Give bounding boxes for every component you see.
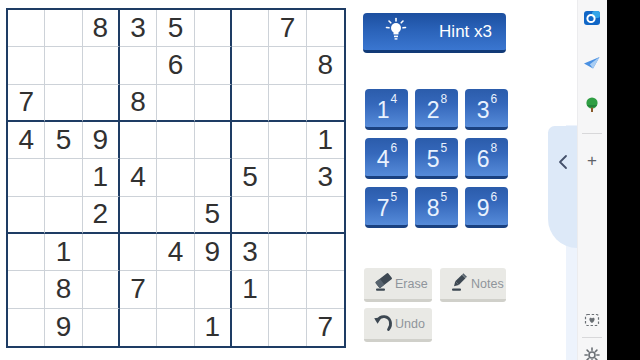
sudoku-cell-r9c4[interactable]: [120, 309, 157, 346]
sudoku-cell-r9c9[interactable]: 7: [307, 309, 344, 346]
numpad-remaining-count: 5: [441, 191, 448, 203]
sudoku-cell-r5c6[interactable]: [195, 159, 232, 196]
hint-button[interactable]: Hint x3: [363, 13, 506, 53]
sudoku-app: 8357687845911453251493871917 Hint x3 142…: [0, 0, 640, 360]
sudoku-cell-r4c9[interactable]: 1: [307, 122, 344, 159]
sudoku-cell-r8c2[interactable]: 8: [45, 271, 82, 308]
sudoku-cell-r8c6[interactable]: [195, 271, 232, 308]
sudoku-cell-r8c5[interactable]: [157, 271, 194, 308]
sudoku-cell-r5c1[interactable]: [8, 159, 45, 196]
sudoku-cell-r1c6[interactable]: [195, 10, 232, 47]
sudoku-cell-r9c3[interactable]: [83, 309, 120, 346]
sudoku-cell-r1c5[interactable]: 5: [157, 10, 194, 47]
sudoku-cell-r6c9[interactable]: [307, 197, 344, 234]
collapse-panel-tab[interactable]: [548, 126, 577, 248]
tree-icon[interactable]: [583, 96, 601, 114]
sudoku-cell-r3c7[interactable]: [232, 85, 269, 122]
sudoku-cell-r2c6[interactable]: [195, 47, 232, 84]
sudoku-cell-r3c2[interactable]: [45, 85, 82, 122]
erase-label: Erase: [395, 277, 428, 291]
sudoku-cell-r8c9[interactable]: [307, 271, 344, 308]
eraser-icon: [373, 271, 395, 296]
undo-label: Undo: [395, 317, 425, 331]
sudoku-cell-r2c5[interactable]: 6: [157, 47, 194, 84]
numpad-remaining-count: 5: [391, 191, 398, 203]
numpad-button-8[interactable]: 85: [415, 187, 458, 228]
sudoku-cell-r9c5[interactable]: [157, 309, 194, 346]
sudoku-cell-r3c9[interactable]: [307, 85, 344, 122]
sudoku-cell-r7c2[interactable]: 1: [45, 234, 82, 271]
numpad-remaining-count: 6: [491, 93, 498, 105]
sudoku-cell-r7c6[interactable]: 9: [195, 234, 232, 271]
sudoku-cell-r5c3[interactable]: 1: [83, 159, 120, 196]
sudoku-cell-r1c3[interactable]: 8: [83, 10, 120, 47]
numpad-digit: 2: [427, 99, 440, 122]
sudoku-cell-r5c7[interactable]: 5: [232, 159, 269, 196]
sudoku-cell-r3c8[interactable]: [269, 85, 306, 122]
sudoku-cell-r5c4[interactable]: 4: [120, 159, 157, 196]
sudoku-cell-r9c8[interactable]: [269, 309, 306, 346]
numpad-button-3[interactable]: 36: [465, 89, 508, 130]
sudoku-cell-r7c7[interactable]: 3: [232, 234, 269, 271]
sudoku-cell-r8c7[interactable]: 1: [232, 271, 269, 308]
sudoku-cell-r6c7[interactable]: [232, 197, 269, 234]
sudoku-cell-r6c1[interactable]: [8, 197, 45, 234]
hint-label: Hint x3: [439, 22, 492, 42]
sudoku-cell-r6c6[interactable]: 5: [195, 197, 232, 234]
sudoku-cell-r6c3[interactable]: 2: [83, 197, 120, 234]
sudoku-cell-r5c8[interactable]: [269, 159, 306, 196]
sudoku-cell-r7c9[interactable]: [307, 234, 344, 271]
sudoku-cell-r2c8[interactable]: [269, 47, 306, 84]
numpad: 142836465568758596: [365, 89, 508, 228]
numpad-digit: 6: [477, 148, 490, 171]
screen-black-region: [607, 0, 640, 360]
numpad-button-6[interactable]: 68: [465, 138, 508, 179]
plus-icon[interactable]: +: [583, 151, 601, 169]
sudoku-cell-r4c1[interactable]: 4: [8, 122, 45, 159]
sudoku-cell-r1c4[interactable]: 3: [120, 10, 157, 47]
numpad-button-2[interactable]: 28: [415, 89, 458, 130]
numpad-digit: 9: [477, 197, 490, 220]
sudoku-cell-r4c5[interactable]: [157, 122, 194, 159]
numpad-digit: 5: [427, 148, 440, 171]
numpad-digit: 1: [377, 99, 390, 122]
sudoku-cell-r1c7[interactable]: [232, 10, 269, 47]
sudoku-cell-r5c5[interactable]: [157, 159, 194, 196]
numpad-remaining-count: 8: [491, 142, 498, 154]
sudoku-cell-r2c2[interactable]: [45, 47, 82, 84]
dashed-box-icon[interactable]: [583, 311, 601, 329]
sudoku-cell-r9c6[interactable]: 1: [195, 309, 232, 346]
sudoku-cell-r2c3[interactable]: [83, 47, 120, 84]
numpad-remaining-count: 5: [441, 142, 448, 154]
erase-button[interactable]: Erase: [364, 268, 432, 302]
sudoku-cell-r5c2[interactable]: [45, 159, 82, 196]
undo-arrow-icon: [373, 311, 395, 336]
sudoku-cell-r9c7[interactable]: [232, 309, 269, 346]
numpad-digit: 3: [477, 99, 490, 122]
sudoku-cell-r2c1[interactable]: [8, 47, 45, 84]
numpad-button-7[interactable]: 75: [365, 187, 408, 228]
sudoku-cell-r7c3[interactable]: [83, 234, 120, 271]
numpad-button-1[interactable]: 14: [365, 89, 408, 130]
numpad-digit: 7: [377, 197, 390, 220]
sudoku-cell-r3c1[interactable]: 7: [8, 85, 45, 122]
sudoku-cell-r9c1[interactable]: [8, 309, 45, 346]
numpad-button-4[interactable]: 46: [365, 138, 408, 179]
numpad-remaining-count: 6: [491, 191, 498, 203]
settings-gear-icon[interactable]: [583, 346, 601, 360]
sudoku-board: 8357687845911453251493871917: [6, 8, 346, 348]
sudoku-cell-r4c6[interactable]: [195, 122, 232, 159]
paper-plane-icon[interactable]: [583, 54, 601, 72]
sudoku-cell-r4c4[interactable]: [120, 122, 157, 159]
sudoku-cell-r6c4[interactable]: [120, 197, 157, 234]
sudoku-cell-r1c2[interactable]: [45, 10, 82, 47]
sudoku-cell-r6c8[interactable]: [269, 197, 306, 234]
numpad-button-5[interactable]: 55: [415, 138, 458, 179]
sudoku-cell-r8c1[interactable]: [8, 271, 45, 308]
sudoku-cell-r1c8[interactable]: 7: [269, 10, 306, 47]
sudoku-cell-r8c8[interactable]: [269, 271, 306, 308]
undo-button[interactable]: Undo: [364, 308, 432, 342]
lightbulb-icon: [383, 17, 409, 46]
sudoku-cell-r7c5[interactable]: 4: [157, 234, 194, 271]
sudoku-cell-r7c1[interactable]: [8, 234, 45, 271]
notes-label: Notes: [471, 277, 504, 291]
outlook-icon[interactable]: [583, 9, 601, 27]
sudoku-cell-r3c3[interactable]: [83, 85, 120, 122]
sudoku-cell-r3c5[interactable]: [157, 85, 194, 122]
sidebar-divider: [582, 337, 602, 338]
edge-sidebar: +: [577, 0, 607, 360]
sudoku-cell-r4c2[interactable]: 5: [45, 122, 82, 159]
sudoku-cell-r2c9[interactable]: 8: [307, 47, 344, 84]
sudoku-cell-r7c4[interactable]: [120, 234, 157, 271]
sidebar-divider: [582, 133, 602, 134]
sudoku-cell-r4c3[interactable]: 9: [83, 122, 120, 159]
sudoku-cell-r3c4[interactable]: 8: [120, 85, 157, 122]
sudoku-cell-r2c7[interactable]: [232, 47, 269, 84]
numpad-digit: 8: [427, 197, 440, 220]
sudoku-cell-r1c9[interactable]: [307, 10, 344, 47]
pencil-icon: [449, 271, 471, 296]
numpad-digit: 4: [377, 148, 390, 171]
sudoku-cell-r9c2[interactable]: 9: [45, 309, 82, 346]
numpad-button-9[interactable]: 96: [465, 187, 508, 228]
sudoku-cell-r6c5[interactable]: [157, 197, 194, 234]
sudoku-cell-r3c6[interactable]: [195, 85, 232, 122]
sudoku-cell-r6c2[interactable]: [45, 197, 82, 234]
numpad-remaining-count: 6: [391, 142, 398, 154]
sudoku-cell-r8c3[interactable]: [83, 271, 120, 308]
numpad-remaining-count: 4: [391, 93, 398, 105]
chevron-left-icon: [558, 154, 568, 170]
notes-button[interactable]: Notes: [440, 268, 506, 302]
sudoku-cell-r4c8[interactable]: [269, 122, 306, 159]
sudoku-cell-r8c4[interactable]: 7: [120, 271, 157, 308]
sudoku-cell-r1c1[interactable]: [8, 10, 45, 47]
sudoku-cell-r4c7[interactable]: [232, 122, 269, 159]
sudoku-cell-r5c9[interactable]: 3: [307, 159, 344, 196]
sudoku-cell-r2c4[interactable]: [120, 47, 157, 84]
numpad-remaining-count: 8: [441, 93, 448, 105]
sudoku-cell-r7c8[interactable]: [269, 234, 306, 271]
